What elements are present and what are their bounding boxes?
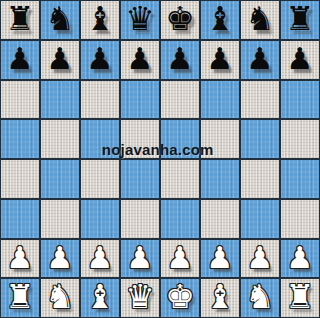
square-g5[interactable] [240,119,280,159]
piece-black-pawn[interactable]: ♟ [247,44,274,74]
square-d3[interactable] [120,199,160,239]
square-b7[interactable]: ♟ [40,40,80,80]
square-h4[interactable] [280,159,320,199]
piece-white-bishop[interactable]: ♝ [85,280,115,313]
square-b8[interactable]: ♞ [40,0,80,40]
square-f1[interactable]: ♝ [200,278,240,318]
square-h7[interactable]: ♟ [280,40,320,80]
piece-black-knight[interactable]: ♞ [245,2,275,35]
square-a1[interactable]: ♜ [0,278,40,318]
piece-white-queen[interactable]: ♛ [125,280,155,313]
square-c2[interactable]: ♟ [80,239,120,279]
square-c5[interactable] [80,119,120,159]
square-g2[interactable]: ♟ [240,239,280,279]
square-a8[interactable]: ♜ [0,0,40,40]
chess-app-window: ♜♞♝♛♚♝♞♜♟♟♟♟♟♟♟♟♟♟♟♟♟♟♟♟♜♞♝♛♚♝♞♜ nojavan… [0,0,320,318]
piece-white-pawn[interactable]: ♟ [247,243,274,273]
piece-white-pawn[interactable]: ♟ [127,243,154,273]
square-d2[interactable]: ♟ [120,239,160,279]
square-b1[interactable]: ♞ [40,278,80,318]
piece-white-knight[interactable]: ♞ [45,280,75,313]
square-f7[interactable]: ♟ [200,40,240,80]
piece-white-pawn[interactable]: ♟ [7,243,34,273]
square-c3[interactable] [80,199,120,239]
square-h6[interactable] [280,80,320,120]
piece-white-pawn[interactable]: ♟ [207,243,234,273]
square-b2[interactable]: ♟ [40,239,80,279]
square-h1[interactable]: ♜ [280,278,320,318]
square-h3[interactable] [280,199,320,239]
square-a2[interactable]: ♟ [0,239,40,279]
square-b4[interactable] [40,159,80,199]
piece-black-bishop[interactable]: ♝ [205,2,235,35]
square-c6[interactable] [80,80,120,120]
square-h8[interactable]: ♜ [280,0,320,40]
piece-black-pawn[interactable]: ♟ [287,44,314,74]
square-e7[interactable]: ♟ [160,40,200,80]
piece-white-pawn[interactable]: ♟ [47,243,74,273]
square-d6[interactable] [120,80,160,120]
square-g3[interactable] [240,199,280,239]
piece-black-pawn[interactable]: ♟ [127,44,154,74]
piece-white-pawn[interactable]: ♟ [167,243,194,273]
square-h2[interactable]: ♟ [280,239,320,279]
piece-white-pawn[interactable]: ♟ [287,243,314,273]
piece-black-rook[interactable]: ♜ [285,2,315,35]
square-e3[interactable] [160,199,200,239]
piece-white-knight[interactable]: ♞ [245,280,275,313]
piece-white-rook[interactable]: ♜ [5,280,35,313]
square-c8[interactable]: ♝ [80,0,120,40]
square-b5[interactable] [40,119,80,159]
square-a7[interactable]: ♟ [0,40,40,80]
square-f6[interactable] [200,80,240,120]
piece-white-rook[interactable]: ♜ [285,280,315,313]
square-a6[interactable] [0,80,40,120]
square-g6[interactable] [240,80,280,120]
square-b3[interactable] [40,199,80,239]
square-g7[interactable]: ♟ [240,40,280,80]
square-g4[interactable] [240,159,280,199]
square-c4[interactable] [80,159,120,199]
square-c7[interactable]: ♟ [80,40,120,80]
square-h5[interactable] [280,119,320,159]
square-a5[interactable] [0,119,40,159]
square-d8[interactable]: ♛ [120,0,160,40]
square-f8[interactable]: ♝ [200,0,240,40]
square-g1[interactable]: ♞ [240,278,280,318]
piece-black-pawn[interactable]: ♟ [7,44,34,74]
piece-black-pawn[interactable]: ♟ [167,44,194,74]
square-e8[interactable]: ♚ [160,0,200,40]
square-f4[interactable] [200,159,240,199]
chess-board: ♜♞♝♛♚♝♞♜♟♟♟♟♟♟♟♟♟♟♟♟♟♟♟♟♜♞♝♛♚♝♞♜ [0,0,320,318]
square-f5[interactable] [200,119,240,159]
piece-white-pawn[interactable]: ♟ [87,243,114,273]
square-e1[interactable]: ♚ [160,278,200,318]
square-f2[interactable]: ♟ [200,239,240,279]
square-c1[interactable]: ♝ [80,278,120,318]
square-d5[interactable] [120,119,160,159]
square-b6[interactable] [40,80,80,120]
square-d1[interactable]: ♛ [120,278,160,318]
square-g8[interactable]: ♞ [240,0,280,40]
piece-white-bishop[interactable]: ♝ [205,280,235,313]
square-e6[interactable] [160,80,200,120]
square-e4[interactable] [160,159,200,199]
square-e2[interactable]: ♟ [160,239,200,279]
piece-black-pawn[interactable]: ♟ [87,44,114,74]
square-a4[interactable] [0,159,40,199]
piece-white-king[interactable]: ♚ [165,280,195,313]
piece-black-knight[interactable]: ♞ [45,2,75,35]
square-d4[interactable] [120,159,160,199]
square-e5[interactable] [160,119,200,159]
piece-black-king[interactable]: ♚ [165,2,195,35]
square-f3[interactable] [200,199,240,239]
piece-black-queen[interactable]: ♛ [125,2,155,35]
piece-black-pawn[interactable]: ♟ [207,44,234,74]
piece-black-pawn[interactable]: ♟ [47,44,74,74]
square-d7[interactable]: ♟ [120,40,160,80]
piece-black-bishop[interactable]: ♝ [85,2,115,35]
piece-black-rook[interactable]: ♜ [5,2,35,35]
square-a3[interactable] [0,199,40,239]
